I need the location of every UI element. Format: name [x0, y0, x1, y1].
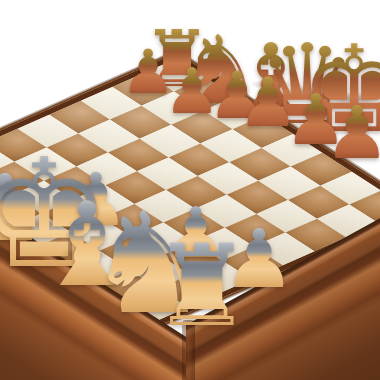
- pieces-layer: ♜♟♞♝♛♟♚♟♟♟♟♟♟♚♟♝♟♞♜: [0, 0, 380, 380]
- chess-set-photo: ♜♟♞♝♛♟♚♟♟♟♟♟♟♚♟♝♟♞♜: [0, 0, 380, 380]
- white-rook-icon: ♜: [151, 230, 252, 343]
- black-pawn-f7[interactable]: ♟: [322, 85, 380, 139]
- black-pawn-icon: ♟: [324, 96, 380, 169]
- white-rook-h1[interactable]: ♜: [147, 213, 256, 297]
